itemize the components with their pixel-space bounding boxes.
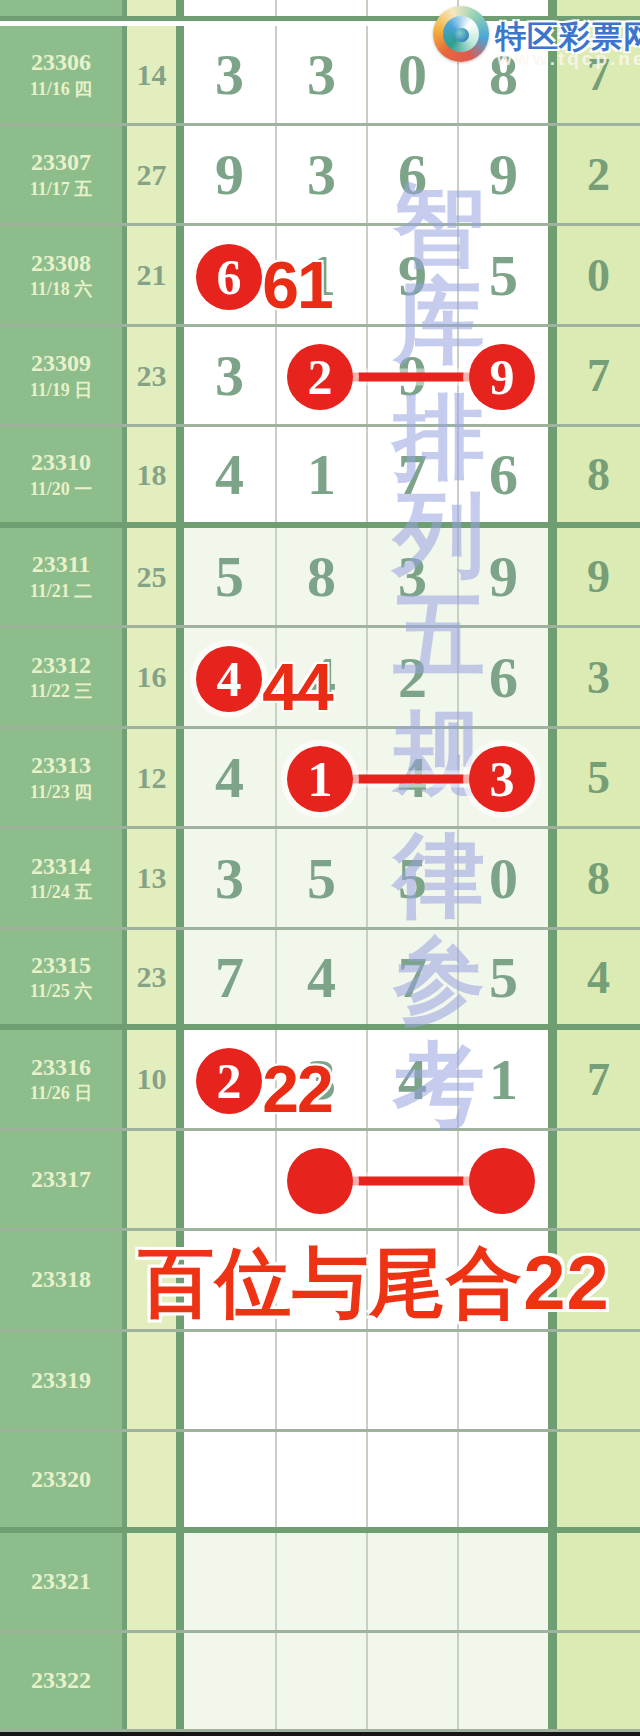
red-circle-annotation: 9	[469, 344, 535, 410]
red-circle-annotation	[287, 1148, 353, 1214]
digit-cell	[184, 1533, 275, 1630]
table-row-23309: 2330911/19 日233299729	[0, 327, 640, 427]
digit-cell: 5	[275, 829, 366, 927]
period-cell: 2331211/22 三	[0, 628, 122, 726]
digit-cell: 9	[457, 528, 548, 625]
column-border	[548, 628, 557, 726]
column-border	[176, 1533, 184, 1630]
digit-cell	[366, 1432, 457, 1527]
table-row-23318: 23318百位与尾合22	[0, 1231, 640, 1332]
table-row-23310: 2331011/20 一1841768	[0, 427, 640, 528]
digit-cell: 4	[184, 427, 275, 522]
draw-date: 11/17 五	[0, 179, 122, 200]
digit-cell	[275, 1533, 366, 1630]
draw-number: 23309	[0, 350, 122, 378]
draw-number: 23310	[0, 449, 122, 477]
draw-number: 23320	[0, 1466, 122, 1494]
column-border	[176, 327, 184, 424]
sum-cell	[127, 1131, 176, 1228]
column-border	[548, 528, 557, 625]
digit-cell: 4	[366, 1030, 457, 1128]
red-line-annotation	[338, 373, 484, 382]
sum-cell	[127, 0, 176, 16]
red-circle-annotation	[469, 1148, 535, 1214]
digit-cell: 3	[184, 829, 275, 927]
column-border	[548, 829, 557, 927]
table-row-23321: 23321	[0, 1533, 640, 1633]
period-cell: 23317	[0, 1131, 122, 1228]
table-row-23313: 2331311/23 四124143513	[0, 729, 640, 829]
site-logo[interactable]: 特区彩票网 www.tqcp.net	[433, 4, 640, 70]
digit-cell	[366, 1332, 457, 1429]
sum-cell: 23	[127, 327, 176, 424]
column-border	[176, 26, 184, 123]
column-border	[548, 729, 557, 826]
period-cell: 2330911/19 日	[0, 327, 122, 424]
column-border	[176, 0, 184, 16]
tail-digit-cell: 7	[557, 1030, 640, 1128]
sum-cell: 23	[127, 930, 176, 1024]
digit-cell: 3	[275, 26, 366, 123]
column-border	[548, 930, 557, 1024]
digit-cell: 9	[457, 126, 548, 223]
table-row-23308: 2330811/18 六2161950661	[0, 226, 640, 327]
digit-cell: 2	[366, 628, 457, 726]
draw-date: 11/21 二	[0, 581, 122, 602]
digit-cell: 6	[366, 126, 457, 223]
sum-cell	[127, 1432, 176, 1527]
column-border	[548, 1131, 557, 1228]
column-border	[176, 628, 184, 726]
digit-cell	[184, 1432, 275, 1527]
table-row-23316: 2331611/26 日1023417222	[0, 1030, 640, 1131]
digit-cell	[457, 1633, 548, 1729]
draw-date: 11/22 三	[0, 681, 122, 702]
table-row-23312: 2331211/22 三1644263444	[0, 628, 640, 729]
tail-digit-cell: 2	[557, 126, 640, 223]
swirl-core-dot	[455, 28, 469, 42]
period-cell: 2331011/20 一	[0, 427, 122, 522]
red-circle-annotation: 3	[469, 746, 535, 812]
period-cell: 2330811/18 六	[0, 226, 122, 324]
draw-date: 11/18 六	[0, 279, 122, 300]
table-row-23320: 23320	[0, 1432, 640, 1533]
table-row-23311: 2331111/21 二2558399	[0, 528, 640, 628]
column-border	[548, 327, 557, 424]
tail-digit-cell	[557, 1332, 640, 1429]
digit-cell: 7	[366, 427, 457, 522]
sum-cell: 10	[127, 1030, 176, 1128]
table-row-23315: 2331511/25 六2374754	[0, 930, 640, 1030]
column-border	[176, 1131, 184, 1228]
digit-cell: 5	[457, 930, 548, 1024]
digit-cell: 5	[184, 528, 275, 625]
red-prediction-text: 22	[262, 1051, 331, 1127]
digit-cell	[275, 0, 366, 16]
digit-cell: 4	[275, 930, 366, 1024]
red-circle-annotation: 6	[196, 244, 262, 310]
draw-number: 23306	[0, 49, 122, 77]
tail-digit-cell: 3	[557, 628, 640, 726]
column-border	[548, 1633, 557, 1729]
column-border	[548, 1432, 557, 1527]
site-url: www.tqcp.net	[497, 48, 640, 70]
digit-cell: 9	[184, 126, 275, 223]
draw-number: 23322	[0, 1667, 122, 1695]
draw-number: 23317	[0, 1166, 122, 1194]
digit-cell: 0	[457, 829, 548, 927]
digit-cell: 6	[457, 427, 548, 522]
pailie5-trend-chart: 2330611/16 四14330872330711/17 五279369223…	[0, 0, 640, 1736]
digit-cell	[184, 1633, 275, 1729]
draw-number: 23321	[0, 1568, 122, 1596]
tail-digit-cell: 0	[557, 226, 640, 324]
tail-digit-cell	[557, 1131, 640, 1228]
period-cell: 23318	[0, 1231, 122, 1329]
column-border	[548, 126, 557, 223]
red-prediction-text: 44	[262, 649, 331, 725]
red-circle-annotation: 2	[196, 1048, 262, 1114]
draw-number: 23316	[0, 1054, 122, 1082]
digit-cell: 7	[366, 930, 457, 1024]
column-border	[176, 829, 184, 927]
red-circle-annotation: 1	[287, 746, 353, 812]
digit-cell: 6	[457, 628, 548, 726]
draw-date: 11/19 日	[0, 380, 122, 401]
draw-date: 11/24 五	[0, 882, 122, 903]
bottom-border	[0, 1732, 640, 1736]
digit-cell: 3	[275, 126, 366, 223]
table-row-23307: 2330711/17 五2793692	[0, 126, 640, 226]
digit-cell	[457, 1533, 548, 1630]
digit-cell: 1	[457, 1030, 548, 1128]
sum-cell: 12	[127, 729, 176, 826]
column-border	[176, 729, 184, 826]
period-cell: 23322	[0, 1633, 122, 1729]
period-cell: 2331611/26 日	[0, 1030, 122, 1128]
digit-cell: 4	[184, 729, 275, 826]
tail-digit-cell	[557, 1432, 640, 1527]
column-border	[548, 226, 557, 324]
column-border	[548, 1332, 557, 1429]
column-border	[548, 1533, 557, 1630]
sum-cell: 14	[127, 26, 176, 123]
digit-cell	[275, 1633, 366, 1729]
period-cell: 23321	[0, 1533, 122, 1630]
column-border	[176, 126, 184, 223]
digit-cell: 8	[275, 528, 366, 625]
digit-cell: 3	[184, 26, 275, 123]
sum-cell: 21	[127, 226, 176, 324]
sum-cell: 18	[127, 427, 176, 522]
draw-date: 11/23 四	[0, 782, 122, 803]
column-border	[176, 1030, 184, 1128]
digit-cell	[184, 1332, 275, 1429]
digit-cell	[457, 1332, 548, 1429]
tail-digit-cell: 4	[557, 930, 640, 1024]
red-line-annotation	[338, 775, 484, 784]
draw-date: 11/25 六	[0, 981, 122, 1002]
period-cell	[0, 0, 122, 16]
draw-number: 23307	[0, 149, 122, 177]
digit-cell	[275, 1332, 366, 1429]
table-row-23322: 23322	[0, 1633, 640, 1732]
draw-number: 23311	[0, 551, 122, 579]
digit-cell	[366, 1533, 457, 1630]
period-cell: 2330611/16 四	[0, 26, 122, 123]
red-circle-annotation: 4	[196, 646, 262, 712]
draw-number: 23315	[0, 952, 122, 980]
column-border	[176, 1332, 184, 1429]
period-cell: 2331511/25 六	[0, 930, 122, 1024]
red-banner-text: 百位与尾合22	[138, 1232, 610, 1335]
red-prediction-text: 61	[262, 247, 331, 323]
sum-cell: 25	[127, 528, 176, 625]
draw-date: 11/16 四	[0, 79, 122, 100]
sum-cell	[127, 1533, 176, 1630]
digit-cell: 3	[184, 327, 275, 424]
period-cell: 23320	[0, 1432, 122, 1527]
digit-cell: 3	[366, 528, 457, 625]
draw-number: 23308	[0, 250, 122, 278]
column-border	[176, 427, 184, 522]
column-border	[176, 1432, 184, 1527]
column-border	[176, 528, 184, 625]
draw-number: 23312	[0, 652, 122, 680]
sum-cell: 27	[127, 126, 176, 223]
draw-number: 23313	[0, 752, 122, 780]
column-border	[548, 427, 557, 522]
table-row-23319: 23319	[0, 1332, 640, 1432]
table-row-23317: 23317	[0, 1131, 640, 1231]
draw-date: 11/26 日	[0, 1083, 122, 1104]
sum-cell: 13	[127, 829, 176, 927]
draw-number: 23319	[0, 1367, 122, 1395]
period-cell: 2331311/23 四	[0, 729, 122, 826]
period-cell: 2331411/24 五	[0, 829, 122, 927]
red-circle-annotation: 2	[287, 344, 353, 410]
period-cell: 2330711/17 五	[0, 126, 122, 223]
sum-cell: 16	[127, 628, 176, 726]
tail-digit-cell: 9	[557, 528, 640, 625]
digit-cell	[366, 1633, 457, 1729]
table-row-23314: 2331411/24 五1335508	[0, 829, 640, 930]
column-border	[176, 930, 184, 1024]
tail-digit-cell	[557, 1533, 640, 1630]
period-cell: 23319	[0, 1332, 122, 1429]
digit-cell	[184, 1131, 275, 1228]
tail-digit-cell: 8	[557, 829, 640, 927]
digit-cell: 9	[366, 226, 457, 324]
sum-cell	[127, 1633, 176, 1729]
digit-cell: 5	[366, 829, 457, 927]
tail-digit-cell: 5	[557, 729, 640, 826]
column-border	[548, 1030, 557, 1128]
digit-cell: 5	[457, 226, 548, 324]
digit-cell	[184, 0, 275, 16]
column-border	[176, 1633, 184, 1729]
digit-cell	[457, 1432, 548, 1527]
period-cell: 2331111/21 二	[0, 528, 122, 625]
draw-number: 23314	[0, 853, 122, 881]
digit-cell: 1	[275, 427, 366, 522]
tail-digit-cell: 8	[557, 427, 640, 522]
draw-date: 11/20 一	[0, 479, 122, 500]
red-line-annotation	[338, 1177, 484, 1186]
digit-cell	[275, 1432, 366, 1527]
tail-digit-cell	[557, 1633, 640, 1729]
sum-cell	[127, 1332, 176, 1429]
digit-cell: 7	[184, 930, 275, 1024]
draw-number: 23318	[0, 1266, 122, 1294]
tail-digit-cell: 7	[557, 327, 640, 424]
column-border	[176, 226, 184, 324]
